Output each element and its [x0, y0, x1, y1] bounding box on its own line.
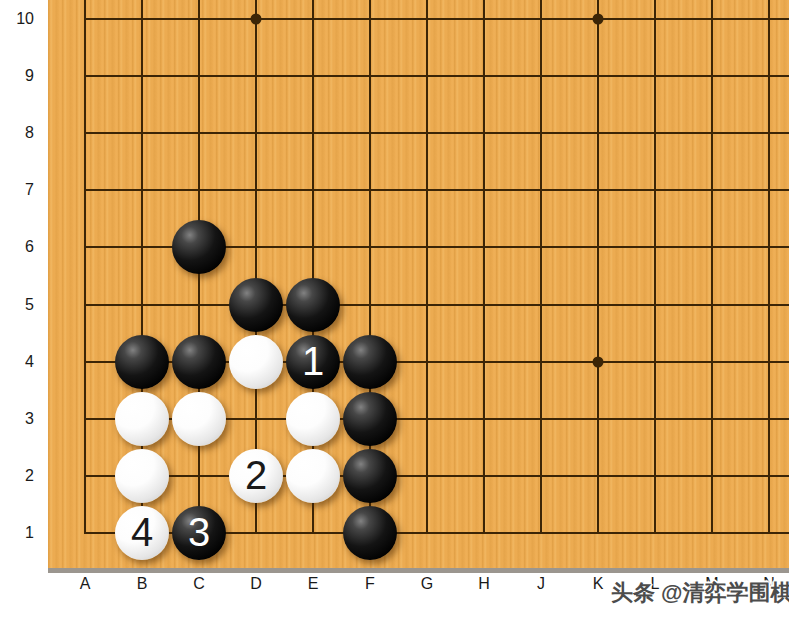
star-point-K10	[593, 14, 604, 25]
stone-black-C1: 3	[172, 506, 226, 560]
move-number-4: 4	[131, 512, 153, 552]
grid-vline-L	[654, 0, 656, 534]
stone-black-C4	[172, 335, 226, 389]
row-label-9: 9	[0, 68, 34, 84]
board-layer: 1243	[0, 0, 789, 621]
col-label-E: E	[308, 576, 319, 592]
row-label-10: 10	[0, 11, 34, 27]
stone-black-F4	[343, 335, 397, 389]
grid-hline-9	[85, 75, 789, 77]
stone-black-D5	[229, 278, 283, 332]
col-label-K: K	[593, 576, 604, 592]
grid-vline-M	[711, 0, 713, 534]
stone-white-E3	[286, 392, 340, 446]
stone-white-D4	[229, 335, 283, 389]
grid-hline-8	[85, 132, 789, 134]
grid-vline-N	[768, 0, 770, 534]
stone-black-F3	[343, 392, 397, 446]
grid-vline-G	[426, 0, 428, 534]
stone-black-B4	[115, 335, 169, 389]
grid-vline-H	[483, 0, 485, 534]
stone-black-E4: 1	[286, 335, 340, 389]
move-number-2: 2	[245, 455, 267, 495]
stone-white-B2	[115, 449, 169, 503]
row-label-3: 3	[0, 411, 34, 427]
row-label-8: 8	[0, 125, 34, 141]
stone-white-E2	[286, 449, 340, 503]
star-point-K4	[593, 357, 604, 368]
stone-white-C3	[172, 392, 226, 446]
go-board-diagram: 1243 10987654321 ABCDEFGHJKLMN 头条 @清弈学围棋	[0, 0, 789, 621]
col-label-C: C	[193, 576, 205, 592]
stone-black-F2	[343, 449, 397, 503]
grid-hline-7	[85, 189, 789, 191]
col-label-B: B	[137, 576, 148, 592]
grid-hline-5	[85, 304, 789, 306]
stone-white-B1: 4	[115, 506, 169, 560]
grid-vline-J	[540, 0, 542, 534]
grid-vline-A	[84, 0, 86, 534]
stone-white-D2: 2	[229, 449, 283, 503]
move-number-3: 3	[188, 512, 210, 552]
move-number-1: 1	[302, 341, 324, 381]
col-label-H: H	[478, 576, 490, 592]
stone-black-E5	[286, 278, 340, 332]
col-label-F: F	[365, 576, 375, 592]
col-label-A: A	[80, 576, 91, 592]
row-label-5: 5	[0, 297, 34, 313]
col-label-J: J	[537, 576, 545, 592]
grid-hline-10	[85, 18, 789, 20]
grid-vline-K	[597, 0, 599, 534]
grid-hline-2	[85, 475, 789, 477]
col-label-D: D	[250, 576, 262, 592]
col-label-G: G	[421, 576, 433, 592]
row-label-1: 1	[0, 525, 34, 541]
row-label-6: 6	[0, 239, 34, 255]
row-label-4: 4	[0, 354, 34, 370]
stone-white-B3	[115, 392, 169, 446]
watermark: 头条 @清弈学围棋	[611, 578, 789, 608]
stone-black-F1	[343, 506, 397, 560]
star-point-D10	[251, 14, 262, 25]
row-label-2: 2	[0, 468, 34, 484]
row-label-7: 7	[0, 182, 34, 198]
stone-black-C6	[172, 220, 226, 274]
